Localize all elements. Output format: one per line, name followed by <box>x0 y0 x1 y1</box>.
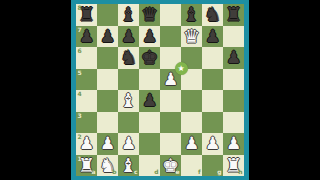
file-coordinate-label: g <box>217 169 221 175</box>
square-b8[interactable] <box>97 4 118 26</box>
square-d6[interactable]: ♚ <box>139 47 160 69</box>
black-pawn[interactable]: ♟ <box>205 28 220 45</box>
rank-coordinate-label: 8 <box>78 5 82 11</box>
white-pawn[interactable]: ♟ <box>163 71 178 88</box>
square-g5[interactable] <box>202 69 223 91</box>
square-a5[interactable]: 5 <box>76 69 97 91</box>
square-h7[interactable] <box>223 26 244 48</box>
square-f1[interactable]: f <box>181 155 202 177</box>
black-pawn[interactable]: ♟ <box>100 28 115 45</box>
square-c6[interactable]: ♞ <box>118 47 139 69</box>
square-a3[interactable]: 3 <box>76 112 97 134</box>
square-c2[interactable]: ♟ <box>118 133 139 155</box>
white-pawn[interactable]: ♟ <box>226 135 241 152</box>
square-a8[interactable]: 8♜ <box>76 4 97 26</box>
square-c4[interactable]: ♝ <box>118 90 139 112</box>
square-b2[interactable]: ♟ <box>97 133 118 155</box>
square-f3[interactable] <box>181 112 202 134</box>
square-e1[interactable]: e♚ <box>160 155 181 177</box>
square-g8[interactable]: ♞ <box>202 4 223 26</box>
white-pawn[interactable]: ♟ <box>205 135 220 152</box>
rank-coordinate-label: 3 <box>78 113 82 119</box>
black-queen[interactable]: ♛ <box>141 5 158 24</box>
square-b5[interactable] <box>97 69 118 91</box>
black-pawn[interactable]: ♟ <box>121 28 136 45</box>
square-a6[interactable]: 6 <box>76 47 97 69</box>
black-king[interactable]: ♚ <box>141 48 158 67</box>
square-d1[interactable]: d <box>139 155 160 177</box>
square-h8[interactable]: ♜ <box>223 4 244 26</box>
black-knight[interactable]: ♞ <box>204 5 221 24</box>
square-a7[interactable]: 7♟ <box>76 26 97 48</box>
square-d2[interactable] <box>139 133 160 155</box>
square-b7[interactable]: ♟ <box>97 26 118 48</box>
square-g6[interactable] <box>202 47 223 69</box>
white-queen[interactable]: ♛ <box>183 27 200 46</box>
square-g7[interactable]: ♟ <box>202 26 223 48</box>
black-pawn[interactable]: ♟ <box>142 92 157 109</box>
square-h5[interactable] <box>223 69 244 91</box>
rank-coordinate-label: 7 <box>78 27 82 33</box>
square-d8[interactable]: ♛ <box>139 4 160 26</box>
white-pawn[interactable]: ♟ <box>121 135 136 152</box>
square-g4[interactable] <box>202 90 223 112</box>
rank-coordinate-label: 1 <box>78 156 82 162</box>
rank-coordinate-label: 2 <box>78 134 82 140</box>
square-g1[interactable]: g <box>202 155 223 177</box>
square-f4[interactable] <box>181 90 202 112</box>
square-b3[interactable] <box>97 112 118 134</box>
square-c5[interactable] <box>118 69 139 91</box>
star-icon: ★ <box>177 64 184 72</box>
black-pawn[interactable]: ♟ <box>226 49 241 66</box>
white-pawn[interactable]: ♟ <box>100 135 115 152</box>
square-e4[interactable] <box>160 90 181 112</box>
square-e3[interactable] <box>160 112 181 134</box>
file-coordinate-label: c <box>134 169 138 175</box>
square-d7[interactable]: ♟ <box>139 26 160 48</box>
square-f2[interactable]: ♟ <box>181 133 202 155</box>
chess-board[interactable]: 8♜♝♛♝♞♜7♟♟♟♟♛♟6♞♚♟5♟4♝♟32♟♟♟♟♟♟1a♜b♞c♝de… <box>76 4 244 176</box>
file-coordinate-label: b <box>112 169 116 175</box>
square-b1[interactable]: b♞ <box>97 155 118 177</box>
square-a4[interactable]: 4 <box>76 90 97 112</box>
square-h3[interactable] <box>223 112 244 134</box>
file-coordinate-label: e <box>175 169 179 175</box>
best-move-badge: ★ <box>175 62 188 75</box>
letterbox-background: { "game": "chess", "position": { "fen": … <box>0 0 320 180</box>
black-knight[interactable]: ♞ <box>120 48 137 67</box>
file-coordinate-label: d <box>154 169 158 175</box>
white-pawn[interactable]: ♟ <box>184 135 199 152</box>
file-coordinate-label: h <box>238 169 242 175</box>
square-h1[interactable]: h♜ <box>223 155 244 177</box>
square-h6[interactable]: ♟ <box>223 47 244 69</box>
square-e2[interactable] <box>160 133 181 155</box>
square-d5[interactable] <box>139 69 160 91</box>
rank-coordinate-label: 4 <box>78 91 82 97</box>
square-c8[interactable]: ♝ <box>118 4 139 26</box>
black-pawn[interactable]: ♟ <box>142 28 157 45</box>
square-f7[interactable]: ♛ <box>181 26 202 48</box>
rank-coordinate-label: 5 <box>78 70 82 76</box>
square-e8[interactable] <box>160 4 181 26</box>
square-c7[interactable]: ♟ <box>118 26 139 48</box>
square-f8[interactable]: ♝ <box>181 4 202 26</box>
square-h4[interactable] <box>223 90 244 112</box>
square-h2[interactable]: ♟ <box>223 133 244 155</box>
black-rook[interactable]: ♜ <box>225 5 242 24</box>
file-coordinate-label: a <box>91 169 95 175</box>
square-d3[interactable] <box>139 112 160 134</box>
square-e7[interactable] <box>160 26 181 48</box>
black-bishop[interactable]: ♝ <box>183 5 200 24</box>
black-bishop[interactable]: ♝ <box>120 5 137 24</box>
file-coordinate-label: f <box>198 169 201 175</box>
white-bishop[interactable]: ♝ <box>120 91 137 110</box>
rank-coordinate-label: 6 <box>78 48 82 54</box>
square-d4[interactable]: ♟ <box>139 90 160 112</box>
square-g2[interactable]: ♟ <box>202 133 223 155</box>
square-b6[interactable] <box>97 47 118 69</box>
square-b4[interactable] <box>97 90 118 112</box>
square-a2[interactable]: 2♟ <box>76 133 97 155</box>
square-c1[interactable]: c♝ <box>118 155 139 177</box>
square-c3[interactable] <box>118 112 139 134</box>
square-a1[interactable]: 1a♜ <box>76 155 97 177</box>
square-g3[interactable] <box>202 112 223 134</box>
board-frame: 8♜♝♛♝♞♜7♟♟♟♟♛♟6♞♚♟5♟4♝♟32♟♟♟♟♟♟1a♜b♞c♝de… <box>71 0 249 180</box>
